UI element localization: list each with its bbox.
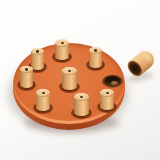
peg-NE[interactable] — [89, 47, 102, 68]
peg-top-hole — [68, 70, 71, 72]
dog-puzzle-scene — [0, 0, 160, 160]
peg-top-hole — [61, 42, 64, 44]
peg-C[interactable] — [62, 67, 77, 90]
removed-peg[interactable] — [126, 46, 158, 80]
peg-top-hole — [80, 96, 83, 98]
peg-SE[interactable] — [100, 89, 114, 110]
open-hole-E[interactable] — [102, 75, 123, 88]
peg-top-hole — [94, 49, 97, 51]
peg-N[interactable] — [55, 39, 69, 60]
peg-top-hole — [36, 50, 39, 52]
peg-W[interactable] — [20, 66, 33, 88]
peg-SW[interactable] — [36, 89, 50, 111]
peg-S[interactable] — [74, 93, 89, 116]
peg-top-hole — [25, 68, 28, 70]
removed-peg-rotated — [125, 47, 157, 78]
peg-top-hole — [42, 92, 45, 94]
treat — [111, 81, 118, 86]
peg-top-hole — [106, 92, 109, 94]
